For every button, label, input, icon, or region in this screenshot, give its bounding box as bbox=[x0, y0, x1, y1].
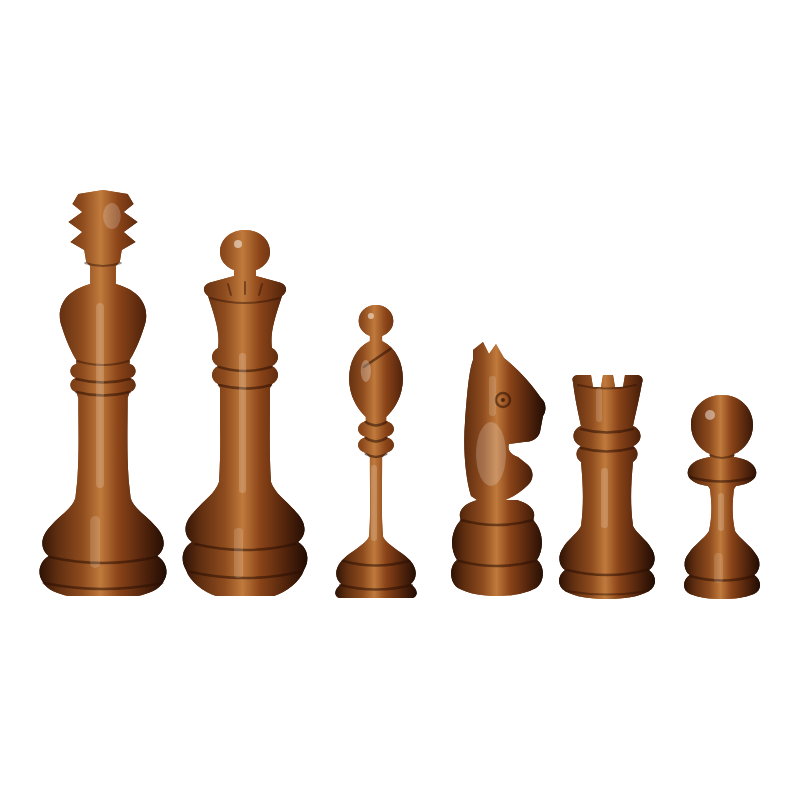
chess-piece-king bbox=[29, 188, 177, 600]
chess-piece-pawn bbox=[672, 393, 772, 600]
rook-graphic bbox=[551, 372, 663, 600]
queen-graphic bbox=[178, 228, 312, 600]
king-graphic bbox=[29, 188, 177, 600]
chess-piece-bishop bbox=[323, 303, 429, 600]
knight-graphic bbox=[441, 342, 553, 600]
chess-piece-rook bbox=[551, 372, 663, 600]
chess-piece-queen bbox=[178, 228, 312, 600]
product-photo-canvas bbox=[0, 0, 800, 800]
bishop-shading-overlay bbox=[335, 305, 416, 598]
chess-piece-knight bbox=[441, 342, 553, 600]
bishop-graphic bbox=[323, 303, 429, 600]
pawn-graphic bbox=[672, 393, 772, 600]
